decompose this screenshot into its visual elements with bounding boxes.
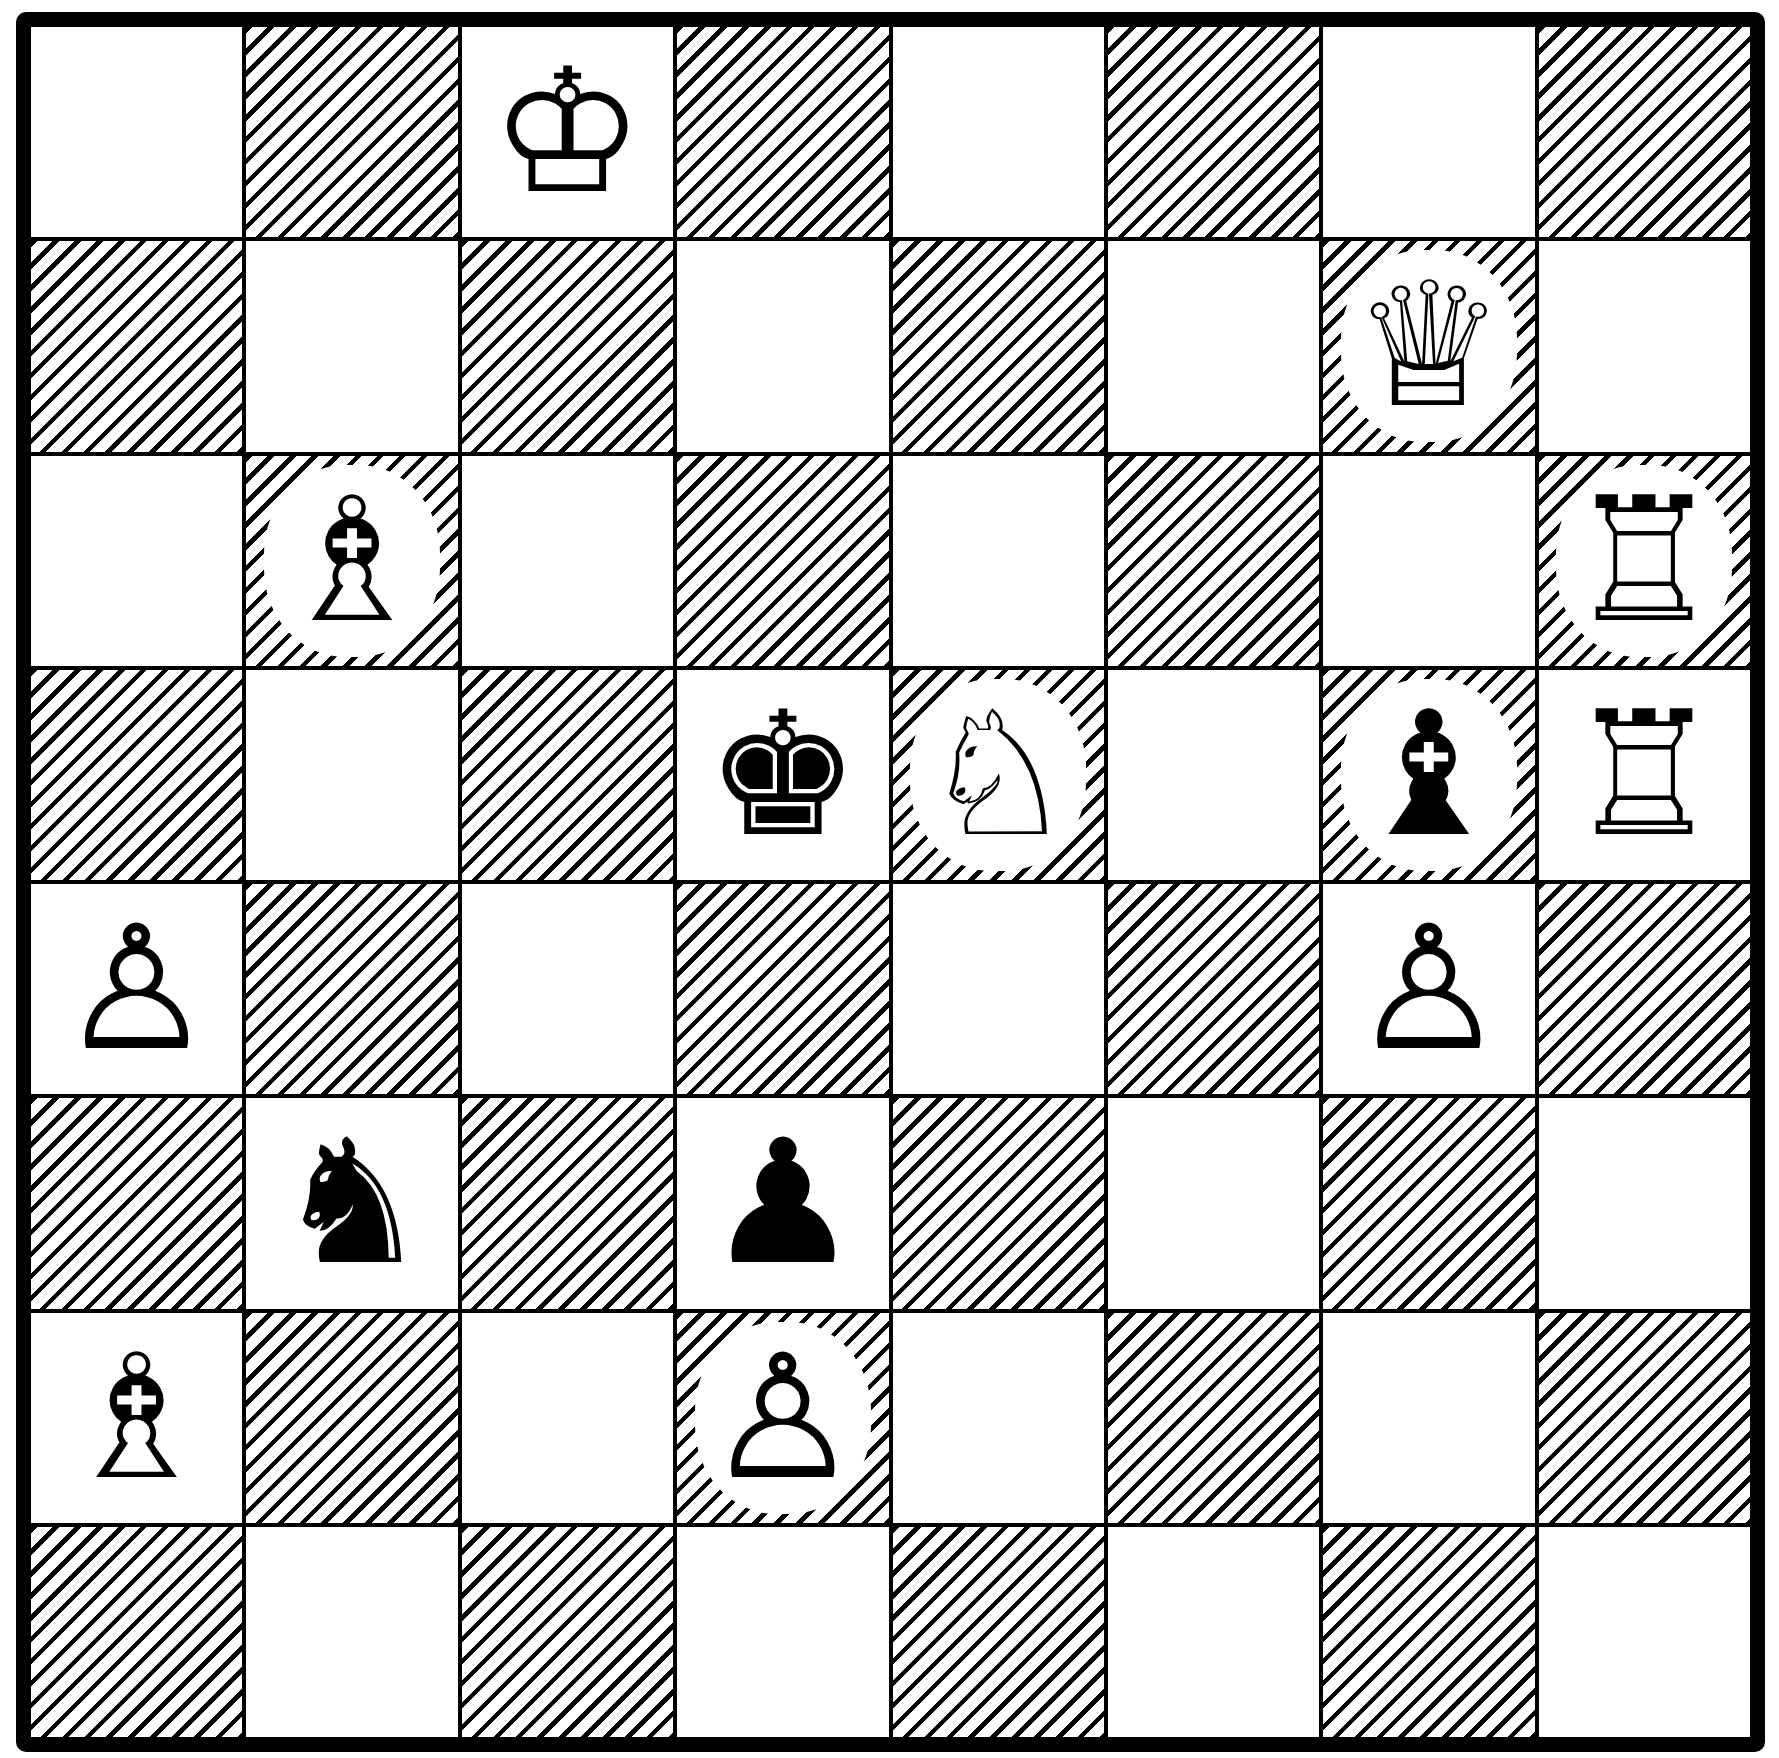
- piece-white-king-c8: ♔: [479, 36, 655, 228]
- square-g3: [1323, 1098, 1534, 1308]
- square-g1: [1323, 1527, 1534, 1737]
- square-a7: [31, 241, 242, 451]
- square-a3: [31, 1098, 242, 1308]
- square-c8: ♔: [462, 27, 673, 237]
- square-b6: ♗: [246, 456, 457, 666]
- square-c3: [462, 1098, 673, 1308]
- square-d3: ♟: [677, 1098, 888, 1308]
- chess-board: ♔♕♗♖♚♘♝♖♙♙♞♟♗♙: [31, 27, 1750, 1737]
- square-a6: [31, 456, 242, 666]
- square-h6: ♖: [1539, 456, 1750, 666]
- square-d6: [677, 456, 888, 666]
- square-d7: [677, 241, 888, 451]
- square-a8: [31, 27, 242, 237]
- square-c5: [462, 670, 673, 880]
- square-b3: ♞: [246, 1098, 457, 1308]
- square-e1: [893, 1527, 1104, 1737]
- piece-white-bishop-a2: ♗: [49, 1322, 225, 1514]
- square-b7: [246, 241, 457, 451]
- square-h5: ♖: [1539, 670, 1750, 880]
- square-f2: [1108, 1313, 1319, 1523]
- chess-diagram-frame: ♔♕♗♖♚♘♝♖♙♙♞♟♗♙: [16, 12, 1765, 1752]
- square-d2: ♙: [677, 1313, 888, 1523]
- square-g5: ♝: [1323, 670, 1534, 880]
- square-h4: [1539, 884, 1750, 1094]
- piece-white-rook-h6: ♖: [1556, 465, 1732, 657]
- square-e3: [893, 1098, 1104, 1308]
- square-g8: [1323, 27, 1534, 237]
- square-a2: ♗: [31, 1313, 242, 1523]
- piece-white-rook-h5: ♖: [1556, 679, 1732, 871]
- square-b1: [246, 1527, 457, 1737]
- square-e5: ♘: [893, 670, 1104, 880]
- piece-white-queen-g7: ♕: [1341, 250, 1517, 442]
- square-f4: [1108, 884, 1319, 1094]
- square-c6: [462, 456, 673, 666]
- square-e8: [893, 27, 1104, 237]
- square-c7: [462, 241, 673, 451]
- square-d8: [677, 27, 888, 237]
- square-d5: ♚: [677, 670, 888, 880]
- piece-white-pawn-g4: ♙: [1341, 893, 1517, 1085]
- piece-white-bishop-b6: ♗: [264, 465, 440, 657]
- piece-black-king-d5: ♚: [695, 679, 871, 871]
- piece-black-pawn-d3: ♟: [695, 1107, 871, 1299]
- piece-white-pawn-a4: ♙: [49, 893, 225, 1085]
- square-b2: [246, 1313, 457, 1523]
- square-b8: [246, 27, 457, 237]
- square-f8: [1108, 27, 1319, 237]
- square-a5: [31, 670, 242, 880]
- square-h7: [1539, 241, 1750, 451]
- square-f7: [1108, 241, 1319, 451]
- square-a4: ♙: [31, 884, 242, 1094]
- square-h3: [1539, 1098, 1750, 1308]
- square-c1: [462, 1527, 673, 1737]
- square-e7: [893, 241, 1104, 451]
- square-f3: [1108, 1098, 1319, 1308]
- square-g6: [1323, 456, 1534, 666]
- piece-white-pawn-d2: ♙: [695, 1322, 871, 1514]
- square-d4: [677, 884, 888, 1094]
- piece-black-knight-b3: ♞: [264, 1107, 440, 1299]
- square-f6: [1108, 456, 1319, 666]
- square-e6: [893, 456, 1104, 666]
- square-d1: [677, 1527, 888, 1737]
- square-e2: [893, 1313, 1104, 1523]
- square-f1: [1108, 1527, 1319, 1737]
- square-h1: [1539, 1527, 1750, 1737]
- square-a1: [31, 1527, 242, 1737]
- square-h2: [1539, 1313, 1750, 1523]
- square-g7: ♕: [1323, 241, 1534, 451]
- square-h8: [1539, 27, 1750, 237]
- square-e4: [893, 884, 1104, 1094]
- square-g4: ♙: [1323, 884, 1534, 1094]
- square-f5: [1108, 670, 1319, 880]
- piece-black-bishop-g5: ♝: [1341, 679, 1517, 871]
- square-b5: [246, 670, 457, 880]
- square-c2: [462, 1313, 673, 1523]
- square-g2: [1323, 1313, 1534, 1523]
- square-c4: [462, 884, 673, 1094]
- square-b4: [246, 884, 457, 1094]
- piece-white-knight-e5: ♘: [910, 679, 1086, 871]
